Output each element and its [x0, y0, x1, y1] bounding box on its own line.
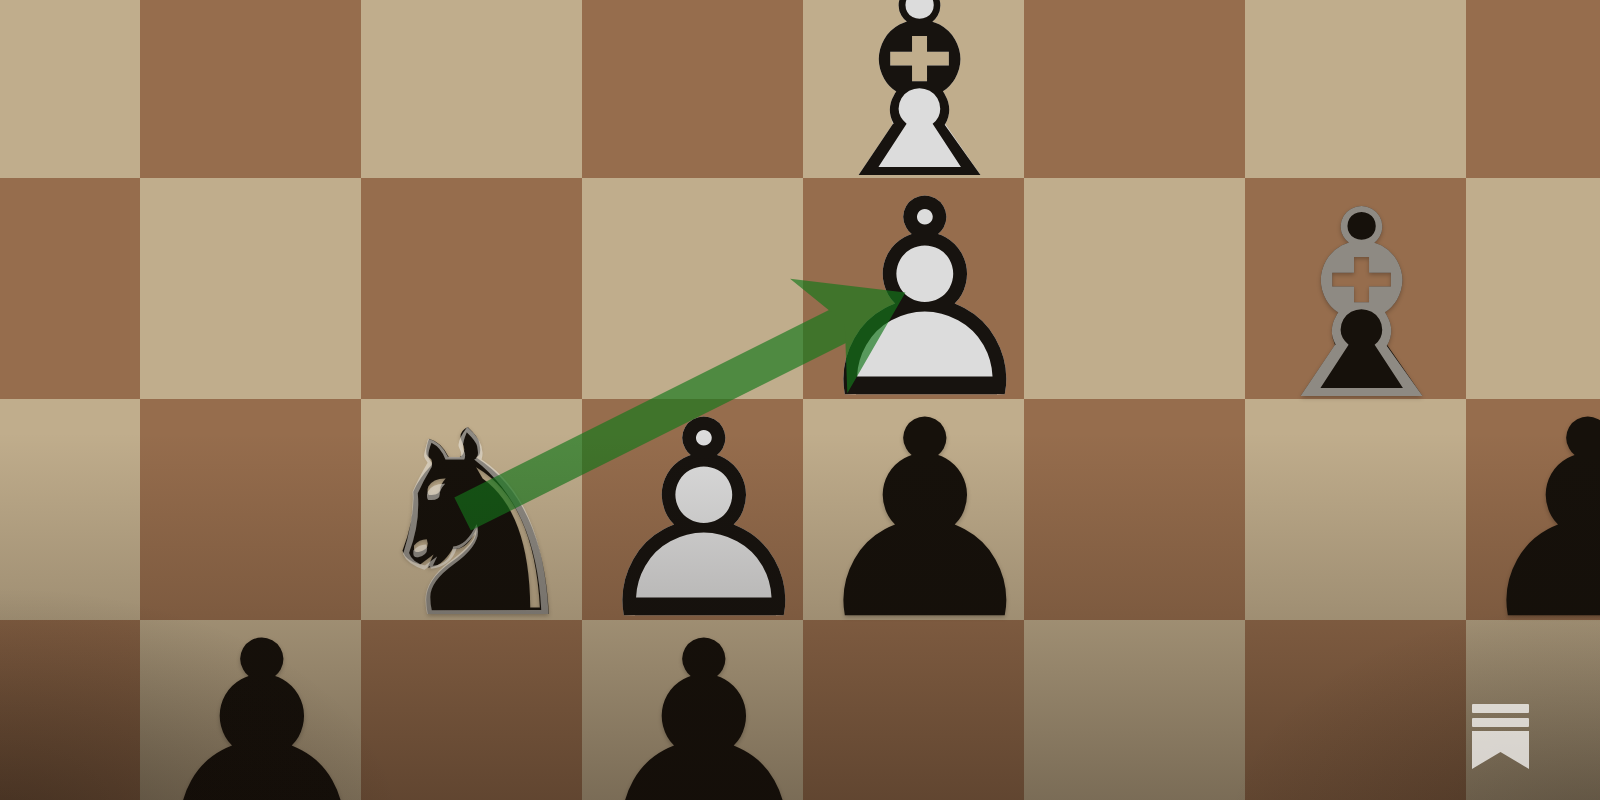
square-d5[interactable]: ♟: [803, 399, 1024, 620]
substack-logo-icon: [1472, 704, 1529, 769]
pawn-glyph: ♟: [1466, 385, 1600, 657]
substack-logo-bar-2: [1472, 718, 1529, 727]
square-f5[interactable]: ♞♘: [361, 399, 582, 620]
black-knight-f5[interactable]: ♞♘: [361, 399, 582, 620]
square-e6[interactable]: ♟: [582, 620, 803, 800]
substack-logo-bar-1: [1472, 704, 1529, 713]
square-a5[interactable]: ♟: [1466, 399, 1600, 620]
square-c3[interactable]: [1024, 0, 1245, 178]
square-e3[interactable]: [582, 0, 803, 178]
square-f4[interactable]: [361, 178, 582, 399]
square-b3[interactable]: [1245, 0, 1466, 178]
square-h6[interactable]: [0, 620, 140, 800]
pawn-glyph: ♟: [582, 606, 826, 800]
square-h5[interactable]: [0, 399, 140, 620]
square-c5[interactable]: [1024, 399, 1245, 620]
square-b4[interactable]: ♝♗: [1245, 178, 1466, 399]
square-b6[interactable]: [1245, 620, 1466, 800]
square-c4[interactable]: [1024, 178, 1245, 399]
square-g4[interactable]: [140, 178, 361, 399]
black-pawn-d5[interactable]: ♟: [803, 399, 1024, 620]
pawn-glyph: ♟: [140, 606, 384, 800]
square-f3[interactable]: [361, 0, 582, 178]
black-pawn-a5[interactable]: ♟: [1466, 399, 1600, 620]
black-pawn-g6[interactable]: ♟: [140, 620, 361, 800]
square-h3[interactable]: [0, 0, 140, 178]
square-c6[interactable]: [1024, 620, 1245, 800]
chess-board-image: ♝♗♟♙♝♗♞♘♟♙♟♟♟♟: [0, 0, 1600, 800]
square-g3[interactable]: [140, 0, 361, 178]
black-pawn-e6[interactable]: ♟: [582, 620, 803, 800]
pawn-glyph: ♟: [803, 385, 1047, 657]
square-a3[interactable]: [1466, 0, 1600, 178]
knight-outline-glyph: ♘: [361, 397, 591, 653]
bishop-outline-glyph: ♗: [1245, 176, 1478, 436]
chess-board: ♝♗♟♙♝♗♞♘♟♙♟♟♟♟: [0, 0, 1600, 800]
square-h4[interactable]: [0, 178, 140, 399]
square-g6[interactable]: ♟: [140, 620, 361, 800]
substack-logo-flag: [1472, 731, 1529, 769]
black-bishop-b4[interactable]: ♝♗: [1245, 178, 1466, 399]
